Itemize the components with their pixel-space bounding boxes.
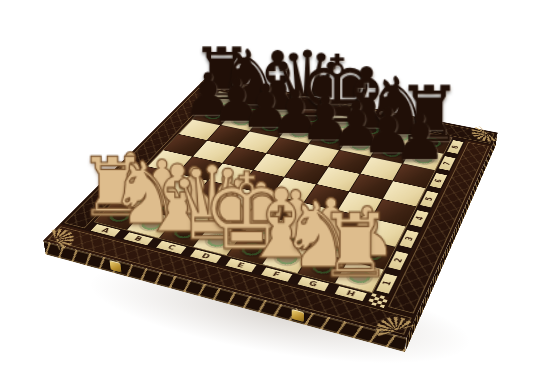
piece-black-pawn[interactable]: ♟ <box>363 111 478 165</box>
brass-clasp-icon <box>292 309 304 322</box>
piece-white-rook[interactable]: ♜ <box>291 209 420 284</box>
photo-stage: ♜♞♝♛♚♝♞♜♟♟♟♟♟♟♟♟♟♟♟♟♟♟♟♟♜♞♝♛♚♝♞♜ ABCDEFG… <box>0 0 560 373</box>
brass-clasp-icon <box>109 260 121 272</box>
